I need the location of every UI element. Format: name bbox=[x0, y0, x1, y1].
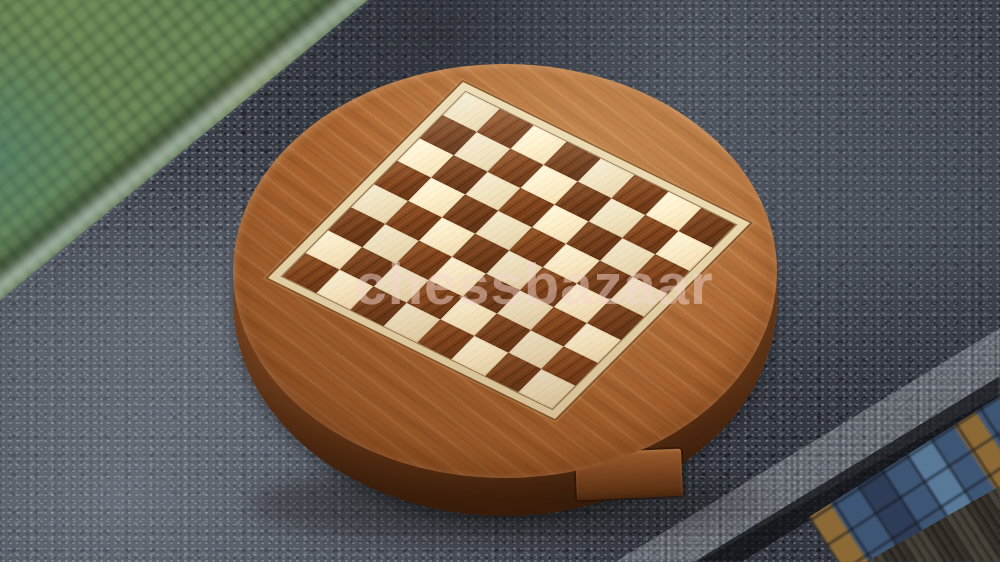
scene: chessbazaar bbox=[0, 0, 1000, 562]
watermark-text: chessbazaar bbox=[346, 252, 722, 316]
